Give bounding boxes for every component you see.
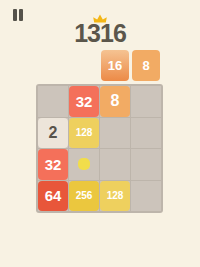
cell-r2c2 <box>100 149 130 180</box>
incoming-tile-8: 8 <box>132 50 160 81</box>
cell-r0c1: 32 <box>69 86 99 117</box>
tile-32: 32 <box>69 86 99 117</box>
cell-r1c0: 2 <box>38 118 68 149</box>
cell-r1c3 <box>131 118 161 149</box>
cell-r0c3 <box>131 86 161 117</box>
cell-r3c3 <box>131 181 161 212</box>
incoming-tile-16: 16 <box>101 50 129 81</box>
pause-icon <box>19 9 23 21</box>
pause-button[interactable] <box>13 9 24 21</box>
cell-r1c1: 128 <box>69 118 99 149</box>
cell-r2c3 <box>131 149 161 180</box>
camera-button[interactable] <box>169 9 185 21</box>
pause-icon <box>13 9 17 21</box>
game-screen: 1316 168 32821283264256128 <box>0 0 200 267</box>
score-value: 1316 <box>0 21 200 46</box>
tile-128: 128 <box>69 118 99 149</box>
incoming-tiles: 168 <box>36 50 163 81</box>
spawning-tile <box>78 158 90 170</box>
cell-r3c0: 64 <box>38 181 68 212</box>
tile-64: 64 <box>38 181 68 212</box>
cell-r0c2: 8 <box>100 86 130 117</box>
camera-lens <box>174 12 181 19</box>
cell-r3c2: 128 <box>100 181 130 212</box>
cell-r2c0: 32 <box>38 149 68 180</box>
cell-r3c1: 256 <box>69 181 99 212</box>
tile-128: 128 <box>100 181 130 212</box>
tile-8: 8 <box>100 86 130 117</box>
cell-r1c2 <box>100 118 130 149</box>
cell-r2c1 <box>69 149 99 180</box>
tile-32: 32 <box>38 149 68 180</box>
tile-256: 256 <box>69 181 99 212</box>
board-grid[interactable]: 32821283264256128 <box>36 84 163 213</box>
tile-2: 2 <box>38 118 68 149</box>
cell-r0c0 <box>38 86 68 117</box>
